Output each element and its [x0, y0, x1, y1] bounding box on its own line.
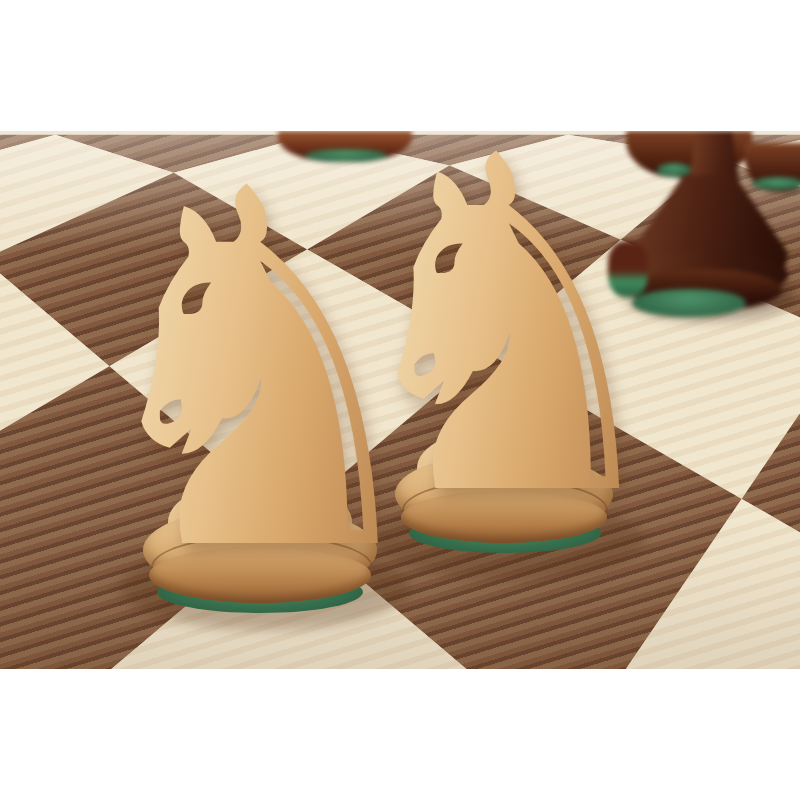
- left-knight-figure: ♞: [125, 222, 395, 570]
- product-photo: ♞ ♞: [0, 0, 800, 800]
- knight-glyph: ♞: [75, 176, 446, 570]
- chessboard-photo-strip: ♞ ♞: [0, 131, 800, 669]
